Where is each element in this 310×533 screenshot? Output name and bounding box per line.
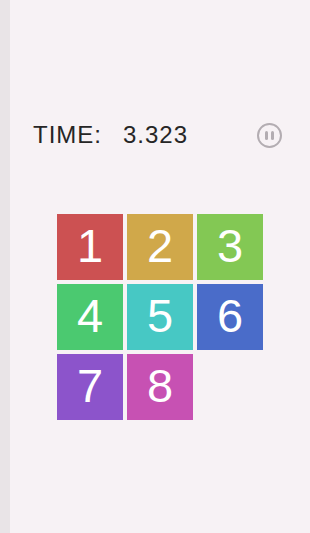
tile-4[interactable]: 4	[57, 284, 123, 350]
tile-5[interactable]: 5	[127, 284, 193, 350]
time-value: 3.323	[123, 121, 188, 149]
game-screen: TIME: 3.323 12345678	[10, 0, 310, 533]
tile-2[interactable]: 2	[127, 214, 193, 280]
tile-8[interactable]: 8	[127, 354, 193, 420]
timer-row: TIME: 3.323	[33, 121, 188, 149]
tile-1[interactable]: 1	[57, 214, 123, 280]
time-label: TIME:	[33, 121, 102, 149]
puzzle-board: 12345678	[57, 214, 263, 420]
tile-7[interactable]: 7	[57, 354, 123, 420]
empty-cell	[197, 354, 263, 420]
tile-6[interactable]: 6	[197, 284, 263, 350]
pause-button[interactable]	[257, 123, 282, 148]
tile-3[interactable]: 3	[197, 214, 263, 280]
pause-icon	[265, 131, 268, 140]
pause-icon	[271, 131, 274, 140]
